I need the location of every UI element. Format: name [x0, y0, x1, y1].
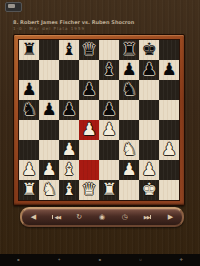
square-h4[interactable]: [159, 120, 179, 140]
square-b5[interactable]: ♟: [39, 100, 59, 120]
square-d6[interactable]: ♟: [79, 80, 99, 100]
square-f6[interactable]: ♞: [119, 80, 139, 100]
piece-white-pawn: ♟: [99, 120, 119, 140]
square-e1[interactable]: ♜: [99, 180, 119, 200]
square-g7[interactable]: ♟: [139, 60, 159, 80]
square-a5[interactable]: ♞: [19, 100, 39, 120]
square-c1[interactable]: ♝: [59, 180, 79, 200]
next-move-button[interactable]: ▶: [165, 211, 175, 223]
square-e4[interactable]: ♟: [99, 120, 119, 140]
square-g4[interactable]: [139, 120, 159, 140]
nav-icon-4[interactable]: ∪: [139, 258, 142, 262]
square-a6[interactable]: ♟: [19, 80, 39, 100]
square-h2[interactable]: [159, 160, 179, 180]
square-c2[interactable]: ♝: [59, 160, 79, 180]
game-title: 8. Robert James Fischer vs. Ruben Shocro…: [13, 19, 194, 25]
piece-black-bishop: ♝: [59, 40, 79, 60]
flip-board-icon: ↻: [76, 212, 82, 222]
square-a1[interactable]: ♜: [19, 180, 39, 200]
square-b8[interactable]: [39, 40, 59, 60]
square-f4[interactable]: [119, 120, 139, 140]
square-e7[interactable]: ♝: [99, 60, 119, 80]
previous-move-icon: ◀: [31, 212, 36, 222]
piece-black-pawn: ♟: [139, 60, 159, 80]
skip-to-end-button[interactable]: ▶▶: [143, 211, 153, 223]
piece-black-pawn: ♟: [79, 80, 99, 100]
piece-white-pawn: ♟: [79, 120, 99, 140]
square-b2[interactable]: ♟: [39, 160, 59, 180]
playback-control-bar: ◀◀◀↻◉◷▶▶▶: [20, 207, 184, 227]
square-h3[interactable]: ♟: [159, 140, 179, 160]
piece-white-pawn: ♟: [19, 160, 39, 180]
flip-board-button[interactable]: ↻: [74, 211, 84, 223]
piece-white-knight: ♞: [119, 140, 139, 160]
chess-app-screen: 8. Robert James Fischer vs. Ruben Shocro…: [0, 0, 200, 266]
piece-white-rook: ♜: [19, 180, 39, 200]
square-h8[interactable]: [159, 40, 179, 60]
settings-icon: ◉: [99, 212, 105, 222]
piece-black-pawn: ♟: [119, 60, 139, 80]
square-b3[interactable]: [39, 140, 59, 160]
square-f1[interactable]: [119, 180, 139, 200]
square-f2[interactable]: ♟: [119, 160, 139, 180]
square-e3[interactable]: [99, 140, 119, 160]
square-g6[interactable]: [139, 80, 159, 100]
square-a3[interactable]: [19, 140, 39, 160]
settings-button[interactable]: ◉: [97, 211, 107, 223]
piece-black-pawn: ♟: [59, 100, 79, 120]
square-h5[interactable]: [159, 100, 179, 120]
square-a7[interactable]: [19, 60, 39, 80]
square-h6[interactable]: [159, 80, 179, 100]
piece-black-rook: ♜: [119, 40, 139, 60]
battery-level: [8, 4, 15, 8]
square-d1[interactable]: ♛: [79, 180, 99, 200]
chess-board[interactable]: ♜♝♛♜♚♝♟♟♟♟♟♞♞♟♟♟♟♟♟♞♟♟♟♝♟♟♜♞♝♛♜♚: [19, 40, 179, 200]
square-c6[interactable]: [59, 80, 79, 100]
square-a8[interactable]: ♜: [19, 40, 39, 60]
square-d3[interactable]: [79, 140, 99, 160]
square-c7[interactable]: [59, 60, 79, 80]
piece-white-bishop: ♝: [59, 160, 79, 180]
game-subtitle: 1-0 · Mar del Plata 1959: [13, 26, 194, 31]
square-e5[interactable]: ♟: [99, 100, 119, 120]
previous-move-button[interactable]: ◀: [28, 211, 38, 223]
piece-white-pawn: ♟: [119, 160, 139, 180]
square-e6[interactable]: [99, 80, 119, 100]
square-d2[interactable]: [79, 160, 99, 180]
clock-icon: ◷: [122, 212, 128, 222]
piece-white-pawn: ♟: [159, 140, 179, 160]
piece-black-pawn: ♟: [159, 60, 179, 80]
square-d7[interactable]: [79, 60, 99, 80]
square-h7[interactable]: ♟: [159, 60, 179, 80]
system-nav-bar: ▪✦▪∪✚: [0, 254, 200, 266]
piece-black-pawn: ♟: [19, 80, 39, 100]
square-e8[interactable]: [99, 40, 119, 60]
clock-button[interactable]: ◷: [120, 211, 130, 223]
piece-white-pawn: ♟: [39, 160, 59, 180]
square-b1[interactable]: ♞: [39, 180, 59, 200]
piece-black-knight: ♞: [19, 100, 39, 120]
nav-icon-5[interactable]: ✚: [180, 258, 183, 262]
square-f5[interactable]: [119, 100, 139, 120]
piece-black-king: ♚: [139, 40, 159, 60]
square-c8[interactable]: ♝: [59, 40, 79, 60]
square-c3[interactable]: ♟: [59, 140, 79, 160]
battery-icon: [5, 2, 22, 12]
square-a4[interactable]: [19, 120, 39, 140]
piece-black-pawn: ♟: [99, 100, 119, 120]
nav-icon-3[interactable]: ▪: [99, 258, 102, 262]
piece-white-bishop: ♝: [59, 180, 79, 200]
square-g2[interactable]: ♟: [139, 160, 159, 180]
square-f3[interactable]: ♞: [119, 140, 139, 160]
piece-black-pawn: ♟: [39, 100, 59, 120]
piece-black-rook: ♜: [19, 40, 39, 60]
piece-black-bishop: ♝: [99, 60, 119, 80]
piece-white-king: ♚: [139, 180, 159, 200]
square-d4[interactable]: ♟: [79, 120, 99, 140]
square-g5[interactable]: [139, 100, 159, 120]
skip-to-end-icon: ▶▶: [144, 212, 150, 222]
nav-icon-2[interactable]: ✦: [57, 258, 60, 262]
piece-white-pawn: ♟: [59, 140, 79, 160]
square-d5[interactable]: [79, 100, 99, 120]
piece-black-queen: ♛: [79, 40, 99, 60]
piece-white-knight: ♞: [39, 180, 59, 200]
square-h1[interactable]: [159, 180, 179, 200]
square-g1[interactable]: ♚: [139, 180, 159, 200]
skip-to-start-button[interactable]: ◀◀: [51, 211, 61, 223]
square-c4[interactable]: [59, 120, 79, 140]
square-b7[interactable]: [39, 60, 59, 80]
square-e2[interactable]: [99, 160, 119, 180]
square-f7[interactable]: ♟: [119, 60, 139, 80]
board-frame: ♜♝♛♜♚♝♟♟♟♟♟♞♞♟♟♟♟♟♟♞♟♟♟♝♟♟♜♞♝♛♜♚: [13, 34, 185, 206]
piece-white-queen: ♛: [79, 180, 99, 200]
square-d8[interactable]: ♛: [79, 40, 99, 60]
square-g8[interactable]: ♚: [139, 40, 159, 60]
square-g3[interactable]: [139, 140, 159, 160]
skip-to-start-icon: ◀◀: [54, 212, 60, 222]
piece-white-rook: ♜: [99, 180, 119, 200]
square-c5[interactable]: ♟: [59, 100, 79, 120]
next-move-icon: ▶: [168, 212, 173, 222]
square-b6[interactable]: [39, 80, 59, 100]
square-b4[interactable]: [39, 120, 59, 140]
square-a2[interactable]: ♟: [19, 160, 39, 180]
square-f8[interactable]: ♜: [119, 40, 139, 60]
nav-icon-1[interactable]: ▪: [17, 258, 20, 262]
piece-white-pawn: ♟: [139, 160, 159, 180]
piece-black-knight: ♞: [119, 80, 139, 100]
